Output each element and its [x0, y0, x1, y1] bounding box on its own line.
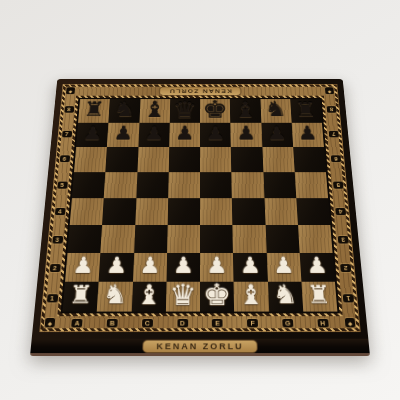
square-c2: ♟: [133, 253, 167, 282]
chess-board: ◆ ◆ ◆ ◆ KENAN ZORLU 87654321 87654321 AB…: [30, 79, 370, 356]
black-knight-b8: ♞: [113, 99, 136, 120]
square-f4: [232, 198, 265, 225]
white-pawn-f2: ♟: [239, 255, 261, 277]
square-h3: [298, 225, 333, 253]
square-g3: [265, 225, 299, 253]
black-pawn-b7: ♟: [113, 124, 133, 142]
rank-label-right-7: 7: [328, 131, 338, 138]
file-label-a: A: [72, 319, 83, 327]
square-a5: [72, 172, 106, 198]
square-h5: [294, 172, 328, 198]
square-b4: [102, 198, 136, 225]
black-rook-h8: ♜: [295, 100, 317, 119]
corner-ornament-bottom-right: ◆: [339, 313, 360, 332]
square-a1: ♜: [63, 282, 99, 312]
black-rook-a8: ♜: [83, 100, 105, 119]
rank-label-5: 5: [57, 181, 68, 188]
square-d4: [167, 198, 200, 225]
white-knight-b1: ♞: [102, 282, 128, 308]
square-e8: ♚: [200, 99, 230, 123]
square-c6: [137, 147, 169, 172]
square-h6: [293, 147, 326, 172]
square-h4: [296, 198, 330, 225]
black-pawn-g7: ♟: [267, 124, 287, 142]
diamond-ornament-icon: ◆: [345, 318, 356, 327]
square-h7: ♟: [291, 123, 323, 147]
rank-label-right-2: 2: [340, 264, 351, 272]
rank-label-right-1: 1: [342, 294, 353, 302]
board-front-edge: KENAN ZORLU: [30, 339, 370, 356]
square-b8: ♞: [109, 99, 140, 123]
file-labels-bottom: ABCDEFGH: [59, 313, 341, 332]
square-b1: ♞: [97, 282, 133, 312]
square-b5: [104, 172, 137, 198]
black-knight-g8: ♞: [264, 99, 287, 120]
black-pawn-e7: ♟: [206, 124, 226, 142]
corner-ornament-top-right: ◆: [320, 84, 338, 98]
diamond-ornament-icon: ◆: [45, 318, 56, 327]
white-pawn-b2: ♟: [105, 255, 127, 277]
rank-label-right-8: 8: [326, 106, 336, 112]
square-e5: [200, 172, 232, 198]
file-label-h: H: [317, 319, 328, 327]
square-e3: [200, 225, 233, 253]
rank-label-6: 6: [59, 156, 69, 163]
board-outer-frame: ◆ ◆ ◆ ◆ KENAN ZORLU 87654321 87654321 AB…: [32, 79, 369, 339]
square-d6: [169, 147, 200, 172]
diamond-ornament-icon: ◆: [325, 87, 334, 94]
square-g2: ♟: [266, 253, 301, 282]
rank-label-8: 8: [64, 106, 74, 112]
square-a6: [74, 147, 107, 172]
white-pawn-a2: ♟: [72, 255, 95, 277]
black-bishop-c8: ♝: [143, 99, 167, 120]
black-bishop-f8: ♝: [234, 99, 258, 120]
square-g1: ♞: [267, 282, 303, 312]
playing-area: ♜♞♝♛♚♝♞♜♟♟♟♟♟♟♟♟♟♟♟♟♟♟♟♟♜♞♝♛♚♝♞♜: [61, 98, 340, 314]
square-g4: [264, 198, 298, 225]
black-pawn-d7: ♟: [175, 124, 195, 142]
rank-label-right-6: 6: [330, 156, 340, 163]
board-grid: ♜♞♝♛♚♝♞♜♟♟♟♟♟♟♟♟♟♟♟♟♟♟♟♟♜♞♝♛♚♝♞♜: [63, 99, 338, 311]
file-label-g: G: [282, 319, 293, 327]
black-pawn-c7: ♟: [144, 124, 164, 142]
square-c4: [135, 198, 168, 225]
rank-label-right-3: 3: [337, 236, 348, 244]
square-a7: ♟: [76, 123, 108, 147]
square-d3: [167, 225, 200, 253]
square-a2: ♟: [65, 253, 100, 282]
square-h1: ♜: [301, 282, 337, 312]
white-knight-g1: ♞: [272, 282, 298, 308]
square-c5: [136, 172, 169, 198]
corner-ornament-top-left: ◆: [61, 84, 79, 98]
white-queen-d1: ♛: [169, 280, 197, 309]
square-f5: [231, 172, 264, 198]
square-a3: [67, 225, 102, 253]
square-f7: ♟: [230, 123, 261, 147]
square-h8: ♜: [290, 99, 322, 123]
rank-label-right-5: 5: [333, 181, 344, 188]
rank-label-3: 3: [52, 236, 63, 244]
board-coordinate-border: ◆ ◆ ◆ ◆ KENAN ZORLU 87654321 87654321 AB…: [39, 84, 360, 332]
square-c3: [134, 225, 168, 253]
white-pawn-e2: ♟: [206, 255, 227, 277]
square-g5: [263, 172, 296, 198]
white-bishop-f1: ♝: [238, 281, 265, 308]
corner-ornament-bottom-left: ◆: [39, 313, 60, 332]
white-bishop-c1: ♝: [136, 281, 163, 308]
black-pawn-h7: ♟: [297, 124, 318, 142]
rank-label-2: 2: [49, 264, 60, 272]
square-g6: [262, 147, 295, 172]
square-d7: ♟: [169, 123, 200, 147]
file-label-f: F: [247, 319, 258, 327]
file-label-e: E: [212, 319, 223, 327]
square-g8: ♞: [260, 99, 291, 123]
square-b7: ♟: [107, 123, 139, 147]
rank-label-1: 1: [46, 294, 57, 302]
square-a4: [70, 198, 104, 225]
black-king-e8: ♚: [202, 98, 228, 122]
square-c7: ♟: [138, 123, 169, 147]
top-border-strip: KENAN ZORLU: [78, 84, 321, 98]
black-pawn-a7: ♟: [82, 124, 103, 142]
white-pawn-c2: ♟: [139, 255, 161, 277]
diamond-ornament-icon: ◆: [66, 87, 75, 94]
square-f1: ♝: [234, 282, 269, 312]
file-label-b: B: [107, 319, 118, 327]
product-photo-background: { "game": "chess", "position": { "fen": …: [0, 0, 400, 400]
square-f3: [233, 225, 267, 253]
square-d5: [168, 172, 200, 198]
square-d8: ♛: [170, 99, 200, 123]
white-king-e1: ♚: [203, 280, 232, 310]
square-b3: [101, 225, 135, 253]
square-g7: ♟: [261, 123, 293, 147]
square-d1: ♛: [166, 282, 200, 312]
rank-label-4: 4: [54, 208, 65, 215]
square-c1: ♝: [131, 282, 166, 312]
square-f6: [231, 147, 263, 172]
square-a8: ♜: [78, 99, 110, 123]
square-e6: [200, 147, 231, 172]
top-name-plaque: KENAN ZORLU: [159, 86, 241, 95]
white-rook-h1: ♜: [307, 283, 332, 307]
square-b2: ♟: [99, 253, 134, 282]
black-pawn-f7: ♟: [236, 124, 256, 142]
square-c8: ♝: [139, 99, 170, 123]
bottom-name-plaque: KENAN ZORLU: [142, 339, 257, 352]
white-rook-a1: ♜: [68, 283, 93, 307]
square-b6: [106, 147, 139, 172]
rank-label-right-4: 4: [335, 208, 346, 215]
file-label-d: D: [177, 319, 188, 327]
square-f2: ♟: [233, 253, 267, 282]
white-pawn-d2: ♟: [172, 255, 193, 277]
white-pawn-g2: ♟: [272, 255, 294, 277]
square-f8: ♝: [230, 99, 261, 123]
file-label-c: C: [142, 319, 153, 327]
square-e7: ♟: [200, 123, 231, 147]
square-e1: ♚: [200, 282, 234, 312]
white-pawn-h2: ♟: [306, 255, 329, 277]
square-h2: ♟: [299, 253, 334, 282]
black-queen-d8: ♛: [172, 98, 197, 121]
square-e4: [200, 198, 233, 225]
rank-label-7: 7: [62, 131, 72, 138]
